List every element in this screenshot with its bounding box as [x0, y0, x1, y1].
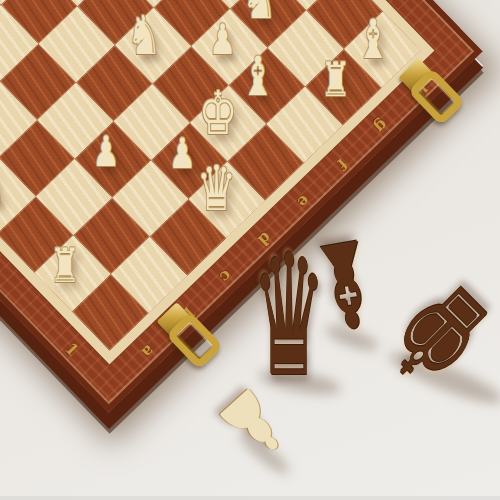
light-queen-on-d1: ♛: [197, 158, 237, 220]
light-bishop-on-f2: ♝: [241, 50, 276, 104]
light-rook-on-g1: ♜: [320, 56, 350, 103]
light-bishop-on-h1: ♝: [356, 13, 391, 67]
light-pawn-on-f3: ♟: [209, 19, 236, 61]
light-pawn-on-a4: ♟: [0, 167, 4, 209]
light-king-on-e2: ♚: [199, 83, 238, 143]
light-rook-on-a2: ♜: [50, 242, 80, 289]
light-pawn-on-c3: ♟: [92, 131, 119, 173]
chess-set-photo: ♜♟♟♟♟♞♞♛♚♝♜♝ abcdefgh1 ♛♝♚♟: [0, 0, 500, 500]
light-knight-on-e4: ♞: [127, 9, 162, 63]
light-knight-on-g3: ♞: [242, 0, 277, 27]
light-pawn-on-d2: ♟: [169, 133, 196, 175]
